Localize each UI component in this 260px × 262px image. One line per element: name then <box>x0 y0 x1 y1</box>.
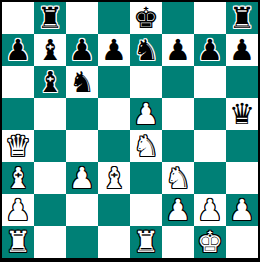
square-h3[interactable] <box>226 162 258 194</box>
square-f2[interactable]: ♟ <box>162 194 194 226</box>
square-d5[interactable] <box>98 98 130 130</box>
square-a1[interactable]: ♜ <box>2 226 34 258</box>
square-a5[interactable] <box>2 98 34 130</box>
square-e3[interactable] <box>130 162 162 194</box>
square-e6[interactable] <box>130 66 162 98</box>
square-b2[interactable] <box>34 194 66 226</box>
square-d1[interactable] <box>98 226 130 258</box>
square-c8[interactable] <box>66 2 98 34</box>
square-b7[interactable]: ♝ <box>34 34 66 66</box>
piece-black-bishop: ♝ <box>37 66 63 98</box>
square-b8[interactable]: ♜ <box>34 2 66 34</box>
square-a4[interactable]: ♛ <box>2 130 34 162</box>
square-a7[interactable]: ♟ <box>2 34 34 66</box>
square-b1[interactable] <box>34 226 66 258</box>
square-e8[interactable]: ♚ <box>130 2 162 34</box>
piece-black-pawn: ♟ <box>229 34 255 66</box>
square-d7[interactable]: ♟ <box>98 34 130 66</box>
square-c7[interactable]: ♟ <box>66 34 98 66</box>
square-a2[interactable]: ♟ <box>2 194 34 226</box>
square-e2[interactable] <box>130 194 162 226</box>
square-c4[interactable] <box>66 130 98 162</box>
chess-board: ♜♚♜♟♝♟♟♞♟♟♟♝♞♟♛♛♞♝♟♝♞♟♟♟♟♜♜♚ <box>2 2 258 258</box>
square-b5[interactable] <box>34 98 66 130</box>
square-h8[interactable]: ♜ <box>226 2 258 34</box>
piece-white-rook: ♜ <box>133 226 159 258</box>
piece-black-pawn: ♟ <box>101 34 127 66</box>
square-h5[interactable]: ♛ <box>226 98 258 130</box>
piece-white-pawn: ♟ <box>69 162 95 194</box>
piece-white-bishop: ♝ <box>101 162 127 194</box>
square-d2[interactable] <box>98 194 130 226</box>
piece-white-pawn: ♟ <box>165 194 191 226</box>
square-f7[interactable]: ♟ <box>162 34 194 66</box>
piece-black-knight: ♞ <box>133 34 159 66</box>
board-frame: ♜♚♜♟♝♟♟♞♟♟♟♝♞♟♛♛♞♝♟♝♞♟♟♟♟♜♜♚ <box>0 0 260 262</box>
square-d4[interactable] <box>98 130 130 162</box>
square-g5[interactable] <box>194 98 226 130</box>
square-g1[interactable]: ♚ <box>194 226 226 258</box>
piece-black-pawn: ♟ <box>5 34 31 66</box>
square-h1[interactable] <box>226 226 258 258</box>
square-c6[interactable]: ♞ <box>66 66 98 98</box>
square-b6[interactable]: ♝ <box>34 66 66 98</box>
square-f4[interactable] <box>162 130 194 162</box>
piece-black-queen: ♛ <box>229 98 255 130</box>
square-b4[interactable] <box>34 130 66 162</box>
square-a3[interactable]: ♝ <box>2 162 34 194</box>
piece-white-pawn: ♟ <box>133 98 159 130</box>
piece-white-queen: ♛ <box>5 130 31 162</box>
square-a6[interactable] <box>2 66 34 98</box>
square-e7[interactable]: ♞ <box>130 34 162 66</box>
piece-black-pawn: ♟ <box>69 34 95 66</box>
piece-white-pawn: ♟ <box>229 194 255 226</box>
square-h7[interactable]: ♟ <box>226 34 258 66</box>
square-d8[interactable] <box>98 2 130 34</box>
piece-black-king: ♚ <box>133 2 159 34</box>
square-g8[interactable] <box>194 2 226 34</box>
square-e1[interactable]: ♜ <box>130 226 162 258</box>
piece-black-pawn: ♟ <box>197 34 223 66</box>
square-f1[interactable] <box>162 226 194 258</box>
piece-black-bishop: ♝ <box>37 34 63 66</box>
piece-white-pawn: ♟ <box>5 194 31 226</box>
square-g6[interactable] <box>194 66 226 98</box>
piece-white-knight: ♞ <box>165 162 191 194</box>
square-h2[interactable]: ♟ <box>226 194 258 226</box>
square-c5[interactable] <box>66 98 98 130</box>
square-a8[interactable] <box>2 2 34 34</box>
piece-white-king: ♚ <box>197 226 223 258</box>
square-c3[interactable]: ♟ <box>66 162 98 194</box>
square-g7[interactable]: ♟ <box>194 34 226 66</box>
piece-white-bishop: ♝ <box>5 162 31 194</box>
square-h4[interactable] <box>226 130 258 162</box>
square-g3[interactable] <box>194 162 226 194</box>
piece-black-rook: ♜ <box>229 2 255 34</box>
piece-white-rook: ♜ <box>5 226 31 258</box>
piece-black-pawn: ♟ <box>165 34 191 66</box>
piece-white-knight: ♞ <box>133 130 159 162</box>
square-f8[interactable] <box>162 2 194 34</box>
square-g2[interactable]: ♟ <box>194 194 226 226</box>
square-f3[interactable]: ♞ <box>162 162 194 194</box>
square-f5[interactable] <box>162 98 194 130</box>
square-b3[interactable] <box>34 162 66 194</box>
square-d6[interactable] <box>98 66 130 98</box>
square-e4[interactable]: ♞ <box>130 130 162 162</box>
piece-black-rook: ♜ <box>37 2 63 34</box>
square-d3[interactable]: ♝ <box>98 162 130 194</box>
square-g4[interactable] <box>194 130 226 162</box>
square-f6[interactable] <box>162 66 194 98</box>
square-c2[interactable] <box>66 194 98 226</box>
piece-black-knight: ♞ <box>69 66 95 98</box>
square-h6[interactable] <box>226 66 258 98</box>
square-c1[interactable] <box>66 226 98 258</box>
piece-white-pawn: ♟ <box>197 194 223 226</box>
square-e5[interactable]: ♟ <box>130 98 162 130</box>
